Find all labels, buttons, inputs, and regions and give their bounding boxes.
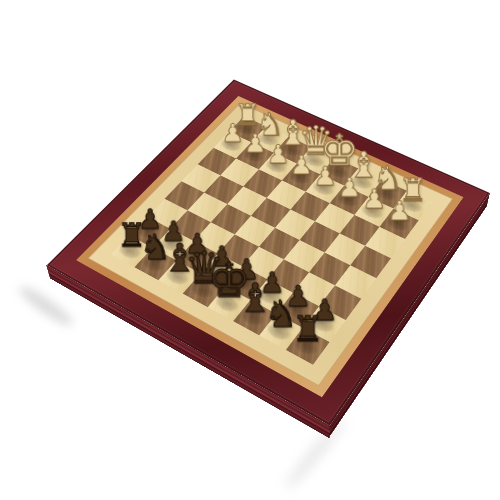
product-photo-canvas: ♜♞♝♛♚♝♞♜♟♟♟♟♟♟♟♟♟♟♟♟♟♟♟♟♜♞♝♛♚♝♞♜: [0, 0, 500, 500]
chess-board: ♜♞♝♛♚♝♞♜♟♟♟♟♟♟♟♟♟♟♟♟♟♟♟♟♜♞♝♛♚♝♞♜: [47, 80, 490, 426]
piece-white-pawn-h2: ♟: [375, 197, 423, 224]
piece-black-rook-h8: ♜: [281, 311, 334, 346]
chess-set-scene: ♜♞♝♛♚♝♞♜♟♟♟♟♟♟♟♟♟♟♟♟♟♟♟♟♜♞♝♛♚♝♞♜: [0, 0, 500, 500]
